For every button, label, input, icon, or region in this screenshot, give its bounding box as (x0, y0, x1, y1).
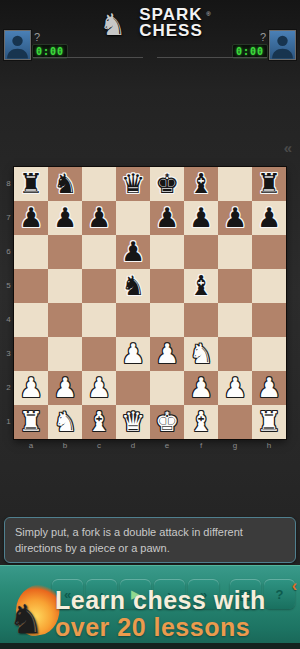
square-f5[interactable]: ♝ (184, 269, 218, 303)
square-h5[interactable] (252, 269, 286, 303)
rank-label-1: 1 (4, 405, 13, 439)
square-b6[interactable] (48, 235, 82, 269)
square-f8[interactable]: ♝ (184, 167, 218, 201)
banner-line2: over 20 lessons (55, 614, 300, 640)
square-a2[interactable]: ♟ (14, 371, 48, 405)
chess-board: ♜♞♛♚♝♜♟♟♟♟♟♟♟♟♞♝♟♟♞♟♟♟♟♟♟♜♞♝♛♚♝♜ (14, 167, 286, 439)
square-c2[interactable]: ♟ (82, 371, 116, 405)
file-label-d: d (116, 441, 150, 450)
banner-line1: Learn chess with (55, 587, 300, 614)
rank-label-2: 2 (4, 371, 13, 405)
square-d8[interactable]: ♛ (116, 167, 150, 201)
square-g1[interactable] (218, 405, 252, 439)
piece-black-pawn: ♟ (218, 201, 252, 235)
square-a3[interactable] (14, 337, 48, 371)
square-g8[interactable] (218, 167, 252, 201)
square-b7[interactable]: ♟ (48, 201, 82, 235)
knight-icon: ♞ (99, 8, 126, 42)
square-f2[interactable]: ♟ (184, 371, 218, 405)
divider (157, 57, 267, 58)
piece-black-pawn: ♟ (48, 201, 82, 235)
rank-label-6: 6 (4, 235, 13, 269)
square-f3[interactable]: ♞ (184, 337, 218, 371)
square-g4[interactable] (218, 303, 252, 337)
sparkchess-app: ♞ SPARK CHESS ® ? 0:00 ? 0:00 « ♜♞♛♚♝♜♟♟… (0, 0, 300, 649)
square-e4[interactable] (150, 303, 184, 337)
rank-label-4: 4 (4, 303, 13, 337)
avatar[interactable] (269, 30, 296, 60)
piece-white-knight: ♞ (184, 337, 218, 371)
square-h3[interactable] (252, 337, 286, 371)
file-label-f: f (184, 441, 218, 450)
rank-labels: 87654321 (4, 167, 13, 439)
rank-label-7: 7 (4, 201, 13, 235)
square-d4[interactable] (116, 303, 150, 337)
board-area: ♜♞♛♚♝♜♟♟♟♟♟♟♟♟♞♝♟♟♞♟♟♟♟♟♟♜♞♝♛♚♝♜ 8765432… (14, 167, 286, 439)
square-b2[interactable]: ♟ (48, 371, 82, 405)
player-name: ? (260, 31, 266, 43)
piece-white-pawn: ♟ (252, 371, 286, 405)
square-e2[interactable] (150, 371, 184, 405)
piece-black-pawn: ♟ (184, 201, 218, 235)
lessons-promo-banner[interactable]: ♞ Learn chess with over 20 lessons (0, 585, 300, 644)
square-c3[interactable] (82, 337, 116, 371)
piece-white-pawn: ♟ (48, 371, 82, 405)
piece-white-king: ♚ (150, 405, 184, 439)
piece-white-pawn: ♟ (116, 337, 150, 371)
square-f1[interactable]: ♝ (184, 405, 218, 439)
knight-icon: ♞ (8, 597, 44, 641)
square-b1[interactable]: ♞ (48, 405, 82, 439)
square-g3[interactable] (218, 337, 252, 371)
piece-white-pawn: ♟ (14, 371, 48, 405)
piece-white-rook: ♜ (252, 405, 286, 439)
bottom-bar (0, 643, 300, 649)
square-e3[interactable]: ♟ (150, 337, 184, 371)
square-b4[interactable] (48, 303, 82, 337)
piece-black-pawn: ♟ (82, 201, 116, 235)
piece-black-queen: ♛ (116, 167, 150, 201)
piece-black-bishop: ♝ (184, 167, 218, 201)
square-g7[interactable]: ♟ (218, 201, 252, 235)
piece-black-king: ♚ (150, 167, 184, 201)
square-c6[interactable] (82, 235, 116, 269)
square-f6[interactable] (184, 235, 218, 269)
piece-black-knight: ♞ (116, 269, 150, 303)
square-h8[interactable]: ♜ (252, 167, 286, 201)
square-e8[interactable]: ♚ (150, 167, 184, 201)
piece-white-queen: ♛ (116, 405, 150, 439)
piece-black-knight: ♞ (48, 167, 82, 201)
square-e7[interactable]: ♟ (150, 201, 184, 235)
square-a4[interactable] (14, 303, 48, 337)
player-name: ? (34, 31, 40, 43)
square-h6[interactable] (252, 235, 286, 269)
square-c8[interactable] (82, 167, 116, 201)
square-c7[interactable]: ♟ (82, 201, 116, 235)
square-a6[interactable] (14, 235, 48, 269)
square-e5[interactable] (150, 269, 184, 303)
square-h7[interactable]: ♟ (252, 201, 286, 235)
square-d5[interactable]: ♞ (116, 269, 150, 303)
piece-black-pawn: ♟ (116, 235, 150, 269)
piece-black-pawn: ♟ (14, 201, 48, 235)
piece-white-pawn: ♟ (82, 371, 116, 405)
square-b5[interactable] (48, 269, 82, 303)
piece-black-pawn: ♟ (252, 201, 286, 235)
avatar[interactable] (4, 30, 31, 60)
rank-label-3: 3 (4, 337, 13, 371)
file-label-g: g (218, 441, 252, 450)
square-b3[interactable] (48, 337, 82, 371)
piece-white-knight: ♞ (48, 405, 82, 439)
square-d2[interactable] (116, 371, 150, 405)
piece-black-bishop: ♝ (184, 269, 218, 303)
piece-white-pawn: ♟ (184, 371, 218, 405)
file-label-e: e (150, 441, 184, 450)
square-d6[interactable]: ♟ (116, 235, 150, 269)
square-d1[interactable]: ♛ (116, 405, 150, 439)
square-d7[interactable] (116, 201, 150, 235)
collapse-panel-icon[interactable]: « (284, 140, 292, 155)
file-label-b: b (48, 441, 82, 450)
piece-black-pawn: ♟ (150, 201, 184, 235)
square-g5[interactable] (218, 269, 252, 303)
square-a1[interactable]: ♜ (14, 405, 48, 439)
square-b8[interactable]: ♞ (48, 167, 82, 201)
square-a7[interactable]: ♟ (14, 201, 48, 235)
piece-white-bishop: ♝ (82, 405, 116, 439)
rank-label-5: 5 (4, 269, 13, 303)
app-logo: ♞ SPARK CHESS ® (97, 2, 203, 44)
square-a5[interactable] (14, 269, 48, 303)
square-e6[interactable] (150, 235, 184, 269)
logo-line2: CHESS (139, 23, 203, 39)
piece-black-rook: ♜ (252, 167, 286, 201)
square-e1[interactable]: ♚ (150, 405, 184, 439)
square-f7[interactable]: ♟ (184, 201, 218, 235)
square-h4[interactable] (252, 303, 286, 337)
lesson-text: Simply put, a fork is a double attack in… (15, 526, 243, 554)
piece-white-pawn: ♟ (150, 337, 184, 371)
square-c5[interactable] (82, 269, 116, 303)
piece-white-bishop: ♝ (184, 405, 218, 439)
rank-label-8: 8 (4, 167, 13, 201)
square-c1[interactable]: ♝ (82, 405, 116, 439)
piece-white-rook: ♜ (14, 405, 48, 439)
square-g6[interactable] (218, 235, 252, 269)
square-h1[interactable]: ♜ (252, 405, 286, 439)
square-h2[interactable]: ♟ (252, 371, 286, 405)
file-label-h: h (252, 441, 286, 450)
logo-text: SPARK CHESS ® (139, 7, 203, 39)
logo-flame-knight: ♞ (97, 2, 137, 44)
file-labels: abcdefgh (14, 439, 286, 452)
piece-black-rook: ♜ (14, 167, 48, 201)
file-label-a: a (14, 441, 48, 450)
square-f4[interactable] (184, 303, 218, 337)
file-label-c: c (82, 441, 116, 450)
piece-white-pawn: ♟ (218, 371, 252, 405)
square-a8[interactable]: ♜ (14, 167, 48, 201)
registered-mark: ® (206, 6, 210, 22)
divider (33, 57, 143, 58)
banner-text: Learn chess with over 20 lessons (55, 587, 300, 640)
square-c4[interactable] (82, 303, 116, 337)
square-d3[interactable]: ♟ (116, 337, 150, 371)
square-g2[interactable]: ♟ (218, 371, 252, 405)
lesson-text-panel: Simply put, a fork is a double attack in… (4, 517, 296, 563)
